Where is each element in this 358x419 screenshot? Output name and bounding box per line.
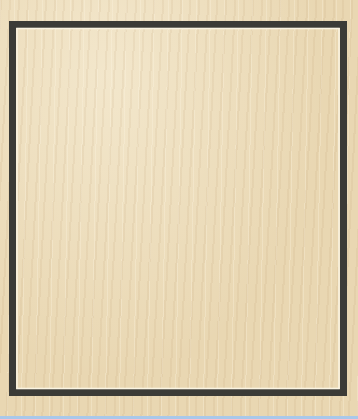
board-intersections (0, 10, 358, 405)
file-labels-bottom (0, 396, 358, 413)
xiangqi-app (0, 0, 358, 419)
